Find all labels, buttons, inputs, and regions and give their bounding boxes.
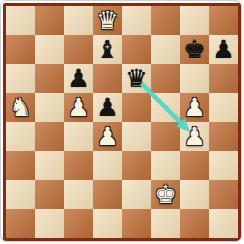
square-g7[interactable]: ♚: [180, 35, 209, 64]
piece-black-pawn[interactable]: ♟: [209, 35, 238, 64]
square-a5[interactable]: ♞: [6, 93, 35, 122]
square-b2[interactable]: [35, 180, 64, 209]
square-g3[interactable]: [180, 151, 209, 180]
chess-board[interactable]: ♛♝♚♟♟♛♞♟♟♟♟♟♚: [6, 6, 238, 238]
square-g4[interactable]: ♟: [180, 122, 209, 151]
square-f5[interactable]: [151, 93, 180, 122]
square-g1[interactable]: [180, 209, 209, 238]
square-b8[interactable]: [35, 6, 64, 35]
square-h2[interactable]: [209, 180, 238, 209]
square-c5[interactable]: ♟: [64, 93, 93, 122]
square-b7[interactable]: [35, 35, 64, 64]
square-f7[interactable]: [151, 35, 180, 64]
square-f6[interactable]: [151, 64, 180, 93]
square-e8[interactable]: [122, 6, 151, 35]
square-c1[interactable]: [64, 209, 93, 238]
square-f1[interactable]: [151, 209, 180, 238]
square-c4[interactable]: [64, 122, 93, 151]
piece-white-queen[interactable]: ♛: [93, 6, 122, 35]
piece-white-king[interactable]: ♚: [151, 180, 180, 209]
square-h7[interactable]: ♟: [209, 35, 238, 64]
square-b1[interactable]: [35, 209, 64, 238]
square-b5[interactable]: [35, 93, 64, 122]
piece-black-pawn[interactable]: ♟: [93, 93, 122, 122]
square-d7[interactable]: ♝: [93, 35, 122, 64]
square-e1[interactable]: [122, 209, 151, 238]
piece-black-queen[interactable]: ♛: [122, 64, 151, 93]
square-a1[interactable]: [6, 209, 35, 238]
square-e5[interactable]: [122, 93, 151, 122]
square-e4[interactable]: [122, 122, 151, 151]
piece-white-pawn[interactable]: ♟: [180, 122, 209, 151]
square-g2[interactable]: [180, 180, 209, 209]
square-b4[interactable]: [35, 122, 64, 151]
square-a3[interactable]: [6, 151, 35, 180]
square-g6[interactable]: [180, 64, 209, 93]
square-g5[interactable]: ♟: [180, 93, 209, 122]
square-e2[interactable]: [122, 180, 151, 209]
piece-white-pawn[interactable]: ♟: [180, 93, 209, 122]
square-g8[interactable]: [180, 6, 209, 35]
square-h5[interactable]: [209, 93, 238, 122]
square-d2[interactable]: [93, 180, 122, 209]
square-h6[interactable]: [209, 64, 238, 93]
square-c2[interactable]: [64, 180, 93, 209]
square-d1[interactable]: [93, 209, 122, 238]
square-b3[interactable]: [35, 151, 64, 180]
square-e3[interactable]: [122, 151, 151, 180]
piece-black-bishop[interactable]: ♝: [93, 35, 122, 64]
piece-black-king[interactable]: ♚: [180, 35, 209, 64]
square-c7[interactable]: [64, 35, 93, 64]
board-border: ♛♝♚♟♟♛♞♟♟♟♟♟♚: [3, 3, 241, 241]
square-h3[interactable]: [209, 151, 238, 180]
piece-white-pawn[interactable]: ♟: [64, 93, 93, 122]
square-f4[interactable]: [151, 122, 180, 151]
photo-frame: ♛♝♚♟♟♛♞♟♟♟♟♟♚: [0, 0, 242, 242]
piece-black-pawn[interactable]: ♟: [64, 64, 93, 93]
square-a8[interactable]: [6, 6, 35, 35]
square-e6[interactable]: ♛: [122, 64, 151, 93]
square-h8[interactable]: [209, 6, 238, 35]
square-h1[interactable]: [209, 209, 238, 238]
square-c6[interactable]: ♟: [64, 64, 93, 93]
square-d6[interactable]: [93, 64, 122, 93]
square-d8[interactable]: ♛: [93, 6, 122, 35]
square-b6[interactable]: [35, 64, 64, 93]
square-f8[interactable]: [151, 6, 180, 35]
piece-white-knight[interactable]: ♞: [6, 93, 35, 122]
square-a2[interactable]: [6, 180, 35, 209]
square-a4[interactable]: [6, 122, 35, 151]
square-e7[interactable]: [122, 35, 151, 64]
square-d4[interactable]: ♟: [93, 122, 122, 151]
square-f2[interactable]: ♚: [151, 180, 180, 209]
square-a7[interactable]: [6, 35, 35, 64]
square-c3[interactable]: [64, 151, 93, 180]
piece-white-pawn[interactable]: ♟: [93, 122, 122, 151]
square-f3[interactable]: [151, 151, 180, 180]
square-a6[interactable]: [6, 64, 35, 93]
square-h4[interactable]: [209, 122, 238, 151]
square-d3[interactable]: [93, 151, 122, 180]
square-c8[interactable]: [64, 6, 93, 35]
square-d5[interactable]: ♟: [93, 93, 122, 122]
